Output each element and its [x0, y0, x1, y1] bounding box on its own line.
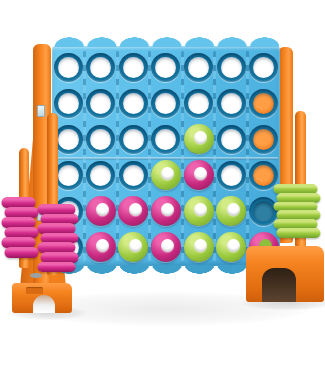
brand-label-plate: [26, 287, 43, 294]
magenta-ring-stack-outer: [3, 197, 37, 258]
hole-r2c4[interactable]: [151, 89, 180, 118]
disc-center-hole: [96, 239, 109, 252]
board-cell-r2c4[interactable]: [150, 85, 183, 121]
hole-opening: [221, 129, 242, 150]
hole-r2c1[interactable]: [54, 89, 83, 118]
disc-center-hole: [161, 203, 174, 216]
hole-opening: [90, 93, 111, 114]
disc-center-hole: [129, 203, 142, 216]
board-cell-r6c2[interactable]: [85, 229, 118, 265]
hole-r4c1[interactable]: [54, 161, 83, 190]
board-cell-r1c5[interactable]: [182, 49, 215, 85]
magenta-ring-stack-inner: [39, 204, 77, 272]
hole-opening: [58, 93, 79, 114]
hole-r4c2[interactable]: [86, 161, 115, 190]
board-cell-r5c5[interactable]: [182, 193, 215, 229]
hole-r2c3[interactable]: [119, 89, 148, 118]
hole-r3c2[interactable]: [86, 125, 115, 154]
board-cell-r4c2[interactable]: [85, 157, 118, 193]
hole-opening: [221, 93, 242, 114]
hole-r2c5[interactable]: [184, 89, 213, 118]
disc-green[interactable]: [184, 124, 214, 154]
board-cell-r1c3[interactable]: [117, 49, 150, 85]
hole-r1c2[interactable]: [86, 53, 115, 82]
hole-opening: [253, 93, 274, 114]
hole-opening: [221, 165, 242, 186]
hole-opening: [155, 93, 176, 114]
hole-opening: [58, 57, 79, 78]
board-cell-r5c4[interactable]: [150, 193, 183, 229]
disc-magenta[interactable]: [184, 160, 214, 190]
hole-r2c2[interactable]: [86, 89, 115, 118]
disc-center-hole: [227, 203, 240, 216]
hole-opening: [253, 165, 274, 186]
hole-opening: [123, 93, 144, 114]
hole-opening: [123, 57, 144, 78]
board-cell-r3c3[interactable]: [117, 121, 150, 157]
board-cell-r3c4[interactable]: [150, 121, 183, 157]
green-storage-ring[interactable]: [277, 228, 321, 238]
hole-opening: [188, 57, 209, 78]
board-cell-r3c5[interactable]: [182, 121, 215, 157]
board-cell-r1c6[interactable]: [215, 49, 248, 85]
hole-r3c4[interactable]: [151, 125, 180, 154]
board-cell-r4c4[interactable]: [150, 157, 183, 193]
board-cell-r4c6[interactable]: [215, 157, 248, 193]
green-ring-stack: [275, 184, 319, 238]
hole-opening: [90, 165, 111, 186]
hole-opening: [155, 57, 176, 78]
board-cell-r3c7[interactable]: [247, 121, 280, 157]
magenta-storage-ring[interactable]: [5, 247, 39, 258]
right-stand-base: [246, 246, 324, 302]
hole-opening: [253, 129, 274, 150]
hole-grid: [52, 46, 280, 266]
disc-center-hole: [161, 239, 174, 252]
board-cell-r2c5[interactable]: [182, 85, 215, 121]
hole-r1c1[interactable]: [54, 53, 83, 82]
disc-center-hole: [96, 203, 109, 216]
disc-green[interactable]: [216, 232, 246, 262]
board-cell-r5c6[interactable]: [215, 193, 248, 229]
disc-center-hole: [194, 239, 207, 252]
hole-r4c3[interactable]: [119, 161, 148, 190]
hole-r1c7[interactable]: [249, 53, 278, 82]
disc-magenta[interactable]: [151, 232, 181, 262]
frame-latch[interactable]: [37, 105, 45, 117]
board-cell-r2c7[interactable]: [247, 85, 280, 121]
board-cell-r2c6[interactable]: [215, 85, 248, 121]
disc-magenta[interactable]: [151, 196, 181, 226]
left-base-arch-cutout: [33, 295, 55, 313]
disc-green[interactable]: [184, 232, 214, 262]
disc-green[interactable]: [184, 196, 214, 226]
board-cell-r1c4[interactable]: [150, 49, 183, 85]
hole-r1c4[interactable]: [151, 53, 180, 82]
hole-r4c6[interactable]: [217, 161, 246, 190]
hole-opening: [90, 129, 111, 150]
board-cell-r6c5[interactable]: [182, 229, 215, 265]
disc-center-hole: [194, 131, 207, 144]
board-cell-r5c3[interactable]: [117, 193, 150, 229]
hole-opening: [155, 129, 176, 150]
hole-r2c7[interactable]: [249, 89, 278, 118]
board-cell-r6c3[interactable]: [117, 229, 150, 265]
hole-opening: [221, 57, 242, 78]
hole-opening: [58, 129, 79, 150]
disc-magenta[interactable]: [86, 196, 116, 226]
board-cell-r4c5[interactable]: [182, 157, 215, 193]
hole-r3c6[interactable]: [217, 125, 246, 154]
hole-r3c1[interactable]: [54, 125, 83, 154]
product-photo-giant-connect-four: [0, 0, 325, 375]
disc-green[interactable]: [151, 160, 181, 190]
disc-center-hole: [227, 239, 240, 252]
board-cell-r6c6[interactable]: [215, 229, 248, 265]
disc-center-hole: [161, 167, 174, 180]
board-cell-r1c2[interactable]: [85, 49, 118, 85]
hole-r1c3[interactable]: [119, 53, 148, 82]
hole-opening: [123, 165, 144, 186]
hole-opening: [90, 57, 111, 78]
board-cell-r5c2[interactable]: [85, 193, 118, 229]
hole-opening: [253, 57, 274, 78]
magenta-storage-ring[interactable]: [38, 262, 76, 273]
hole-r3c7[interactable]: [249, 125, 278, 154]
board-cell-r2c2[interactable]: [85, 85, 118, 121]
disc-center-hole: [129, 239, 142, 252]
left-stand-base: [12, 283, 72, 313]
right-base-arch-cutout: [262, 268, 296, 302]
base-fitting: [30, 273, 42, 278]
hole-r1c5[interactable]: [184, 53, 213, 82]
hole-opening: [188, 93, 209, 114]
board-cell-r1c7[interactable]: [247, 49, 280, 85]
board-cell-r2c3[interactable]: [117, 85, 150, 121]
hole-r3c3[interactable]: [119, 125, 148, 154]
game-board: [52, 46, 280, 266]
hole-opening: [123, 129, 144, 150]
board-cell-r4c3[interactable]: [117, 157, 150, 193]
hole-opening: [58, 165, 79, 186]
disc-green[interactable]: [216, 196, 246, 226]
board-cell-r3c2[interactable]: [85, 121, 118, 157]
hole-opening: [253, 201, 274, 222]
disc-center-hole: [194, 167, 207, 180]
hole-r1c6[interactable]: [217, 53, 246, 82]
board-cell-r6c4[interactable]: [150, 229, 183, 265]
board-cell-r3c6[interactable]: [215, 121, 248, 157]
disc-magenta[interactable]: [86, 232, 116, 262]
disc-center-hole: [194, 203, 207, 216]
board-cell-r1c1[interactable]: [52, 49, 85, 85]
hole-r2c6[interactable]: [217, 89, 246, 118]
